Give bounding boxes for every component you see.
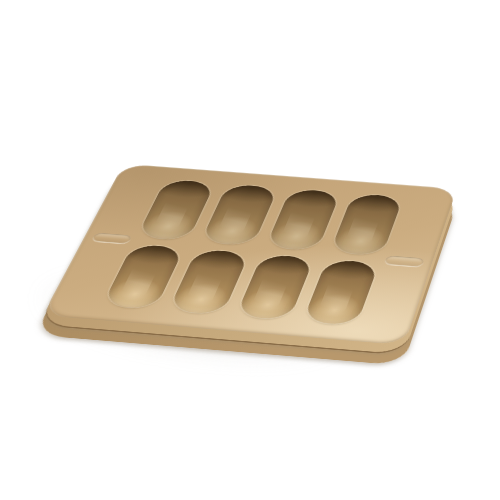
cavity-5 <box>102 244 185 310</box>
cavity-6 <box>168 249 249 315</box>
cavity-grid <box>42 164 457 346</box>
cavity-8 <box>302 259 379 326</box>
right-handle-indent <box>384 255 425 267</box>
product-photo <box>0 0 500 500</box>
pan-top-surface <box>42 164 457 346</box>
cavity-7 <box>235 254 314 320</box>
pan-perspective-wrapper <box>51 118 463 382</box>
baking-pan <box>42 164 457 346</box>
cavity-4 <box>330 193 404 255</box>
cavity-2 <box>201 184 278 245</box>
cavity-1 <box>137 179 216 240</box>
cavity-3 <box>265 189 340 251</box>
